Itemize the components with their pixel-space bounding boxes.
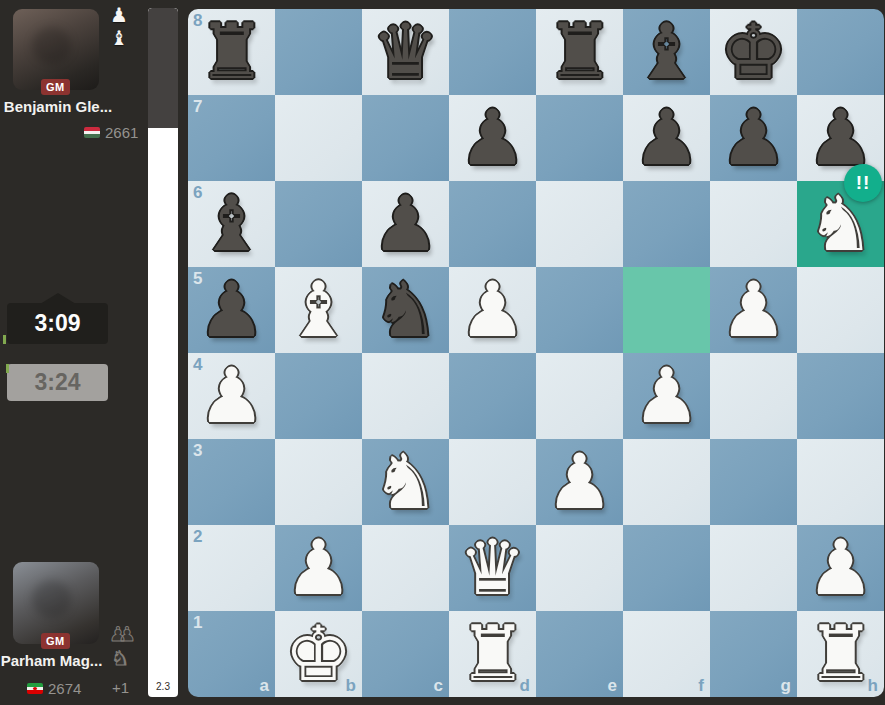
hungary-flag-icon bbox=[84, 127, 100, 138]
square-g7[interactable]: ♟ bbox=[710, 95, 797, 181]
iran-flag-icon bbox=[27, 683, 43, 694]
white-rook-h1[interactable]: ♜ bbox=[797, 611, 884, 697]
square-a4[interactable]: 4♟ bbox=[188, 353, 275, 439]
square-g6[interactable] bbox=[710, 181, 797, 267]
square-g8[interactable]: ♚ bbox=[710, 9, 797, 95]
square-b2[interactable]: ♟ bbox=[275, 525, 362, 611]
square-a2[interactable]: 2 bbox=[188, 525, 275, 611]
square-b7[interactable] bbox=[275, 95, 362, 181]
clock-black-green-tick bbox=[3, 335, 6, 344]
black-rook-e8[interactable]: ♜ bbox=[536, 9, 623, 95]
player-top-avatar[interactable] bbox=[13, 9, 99, 90]
evaluation-bar: 2.3 bbox=[148, 8, 178, 697]
white-pawn-g5[interactable]: ♟ bbox=[710, 267, 797, 353]
square-a1[interactable]: 1a bbox=[188, 611, 275, 697]
player-top-name[interactable]: Benjamin Gle... bbox=[0, 98, 116, 115]
black-pawn-f7[interactable]: ♟ bbox=[623, 95, 710, 181]
square-b1[interactable]: b♚ bbox=[275, 611, 362, 697]
file-label-a: a bbox=[260, 676, 269, 696]
black-pawn-c6[interactable]: ♟ bbox=[362, 181, 449, 267]
square-d8[interactable] bbox=[449, 9, 536, 95]
square-h4[interactable] bbox=[797, 353, 884, 439]
square-f2[interactable] bbox=[623, 525, 710, 611]
player-bottom-name[interactable]: Parham Mag... bbox=[0, 652, 103, 669]
black-pawn-d7[interactable]: ♟ bbox=[449, 95, 536, 181]
square-e1[interactable]: e bbox=[536, 611, 623, 697]
square-h6[interactable]: ♞!! bbox=[797, 181, 884, 267]
white-queen-d2[interactable]: ♛ bbox=[449, 525, 536, 611]
square-c8[interactable]: ♛ bbox=[362, 9, 449, 95]
white-king-b1[interactable]: ♚ bbox=[275, 611, 362, 697]
white-bishop-b5[interactable]: ♝ bbox=[275, 267, 362, 353]
brilliant-move-badge: !! bbox=[844, 164, 882, 202]
black-knight-c5[interactable]: ♞ bbox=[362, 267, 449, 353]
player-bottom-title-badge: GM bbox=[41, 633, 70, 649]
black-queen-c8[interactable]: ♛ bbox=[362, 9, 449, 95]
black-bishop-a6[interactable]: ♝ bbox=[188, 181, 275, 267]
square-c3[interactable]: ♞ bbox=[362, 439, 449, 525]
square-d5[interactable]: ♟ bbox=[449, 267, 536, 353]
square-a5[interactable]: 5♟ bbox=[188, 267, 275, 353]
black-rook-a8[interactable]: ♜ bbox=[188, 9, 275, 95]
white-pawn-b2[interactable]: ♟ bbox=[275, 525, 362, 611]
square-c2[interactable] bbox=[362, 525, 449, 611]
square-c5[interactable]: ♞ bbox=[362, 267, 449, 353]
square-e6[interactable] bbox=[536, 181, 623, 267]
clock-white: 3:24 bbox=[7, 364, 108, 401]
square-a3[interactable]: 3 bbox=[188, 439, 275, 525]
rank-label-2: 2 bbox=[193, 527, 202, 547]
square-h5[interactable] bbox=[797, 267, 884, 353]
square-h1[interactable]: h♜ bbox=[797, 611, 884, 697]
square-b8[interactable] bbox=[275, 9, 362, 95]
square-c6[interactable]: ♟ bbox=[362, 181, 449, 267]
square-g4[interactable] bbox=[710, 353, 797, 439]
square-e7[interactable] bbox=[536, 95, 623, 181]
captured-pieces-bottom: ♟♟♞ bbox=[106, 623, 134, 669]
black-king-g8[interactable]: ♚ bbox=[710, 9, 797, 95]
square-d2[interactable]: ♛ bbox=[449, 525, 536, 611]
captured-bishop-icon: ♝ bbox=[110, 27, 128, 49]
square-b5[interactable]: ♝ bbox=[275, 267, 362, 353]
player-top-title-badge: GM bbox=[41, 79, 70, 95]
white-knight-c3[interactable]: ♞ bbox=[362, 439, 449, 525]
square-c7[interactable] bbox=[362, 95, 449, 181]
square-b4[interactable] bbox=[275, 353, 362, 439]
square-f1[interactable]: f bbox=[623, 611, 710, 697]
file-label-c: c bbox=[434, 676, 443, 696]
white-pawn-h2[interactable]: ♟ bbox=[797, 525, 884, 611]
clock-black-time: 3:09 bbox=[34, 310, 80, 337]
square-e4[interactable] bbox=[536, 353, 623, 439]
white-rook-d1[interactable]: ♜ bbox=[449, 611, 536, 697]
chess-board: 8♜♛♜♝♚7♟♟♟♟6♝♟♞!!5♟♝♞♟♟4♟♟3♞♟2♟♛♟1ab♚cd♜… bbox=[188, 9, 884, 697]
captured-pieces-top: ♟♝ bbox=[106, 4, 132, 49]
square-b6[interactable] bbox=[275, 181, 362, 267]
square-g3[interactable] bbox=[710, 439, 797, 525]
square-e2[interactable] bbox=[536, 525, 623, 611]
square-a8[interactable]: 8♜ bbox=[188, 9, 275, 95]
active-clock-notch bbox=[40, 293, 76, 304]
evaluation-bar-black-section bbox=[148, 8, 178, 128]
material-advantage: +1 bbox=[112, 679, 129, 696]
file-label-e: e bbox=[608, 676, 617, 696]
file-label-g: g bbox=[781, 676, 791, 696]
player-bottom-avatar[interactable] bbox=[13, 562, 99, 644]
player-bottom-rating-row: 2674 bbox=[27, 680, 81, 697]
square-f5[interactable] bbox=[623, 267, 710, 353]
player-top-rating: 2661 bbox=[105, 124, 138, 141]
white-pawn-a4[interactable]: ♟ bbox=[188, 353, 275, 439]
black-pawn-a5[interactable]: ♟ bbox=[188, 267, 275, 353]
square-h3[interactable] bbox=[797, 439, 884, 525]
square-a7[interactable]: 7 bbox=[188, 95, 275, 181]
square-a6[interactable]: 6♝ bbox=[188, 181, 275, 267]
player-top-rating-row: 2661 bbox=[84, 124, 138, 141]
square-e5[interactable] bbox=[536, 267, 623, 353]
square-f3[interactable] bbox=[623, 439, 710, 525]
square-g1[interactable]: g bbox=[710, 611, 797, 697]
captured-pawn-pair-icon: ♟♟ bbox=[113, 623, 127, 645]
square-d3[interactable] bbox=[449, 439, 536, 525]
black-bishop-f8[interactable]: ♝ bbox=[623, 9, 710, 95]
white-pawn-e3[interactable]: ♟ bbox=[536, 439, 623, 525]
square-c1[interactable]: c bbox=[362, 611, 449, 697]
square-h2[interactable]: ♟ bbox=[797, 525, 884, 611]
rank-label-3: 3 bbox=[193, 441, 202, 461]
player-bottom-rating: 2674 bbox=[48, 680, 81, 697]
square-h8[interactable] bbox=[797, 9, 884, 95]
rank-label-7: 7 bbox=[193, 97, 202, 117]
eval-score: 2.3 bbox=[148, 681, 178, 692]
rank-label-1: 1 bbox=[193, 613, 202, 633]
square-d7[interactable]: ♟ bbox=[449, 95, 536, 181]
live-chess-app: ♟♝ GM Benjamin Gle... 2661 3:09 3:24 ♟♟♞… bbox=[0, 0, 885, 705]
square-d1[interactable]: d♜ bbox=[449, 611, 536, 697]
square-g2[interactable] bbox=[710, 525, 797, 611]
square-e3[interactable]: ♟ bbox=[536, 439, 623, 525]
white-pawn-d5[interactable]: ♟ bbox=[449, 267, 536, 353]
clock-black: 3:09 bbox=[7, 303, 108, 344]
square-g5[interactable]: ♟ bbox=[710, 267, 797, 353]
file-label-f: f bbox=[698, 676, 704, 696]
white-pawn-f4[interactable]: ♟ bbox=[623, 353, 710, 439]
square-c4[interactable] bbox=[362, 353, 449, 439]
square-f4[interactable]: ♟ bbox=[623, 353, 710, 439]
square-e8[interactable]: ♜ bbox=[536, 9, 623, 95]
clock-white-time: 3:24 bbox=[34, 369, 80, 396]
captured-knight-icon: ♞ bbox=[111, 647, 129, 669]
black-pawn-g7[interactable]: ♟ bbox=[710, 95, 797, 181]
captured-pawn-icon: ♟ bbox=[110, 4, 128, 26]
square-f8[interactable]: ♝ bbox=[623, 9, 710, 95]
square-f7[interactable]: ♟ bbox=[623, 95, 710, 181]
square-b3[interactable] bbox=[275, 439, 362, 525]
square-f6[interactable] bbox=[623, 181, 710, 267]
square-d6[interactable] bbox=[449, 181, 536, 267]
clock-white-green-tick bbox=[6, 364, 9, 373]
square-d4[interactable] bbox=[449, 353, 536, 439]
